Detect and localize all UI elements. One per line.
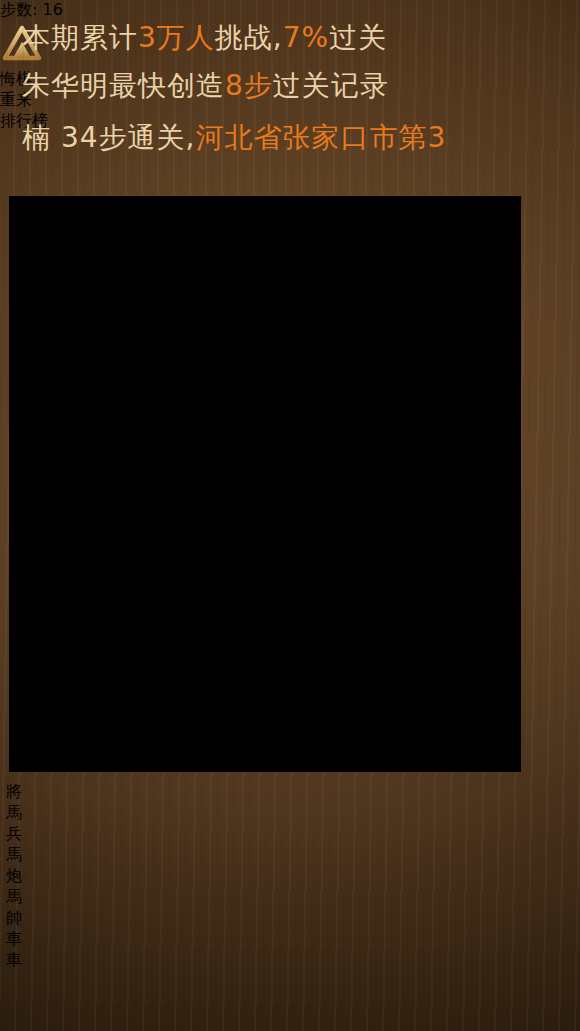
stat-text: 过关记录 [273, 69, 389, 102]
stat-text: 过关 [329, 21, 387, 54]
xiangqi-board[interactable]: 楚河 漢界 將馬兵馬炮馬帥車車 [6, 192, 574, 814]
stats-line-latest-pass: 楠 34步通关,河北省张家口市第3 [22, 122, 446, 154]
step-counter-label: 步数: [0, 0, 37, 19]
piece-black-chariot[interactable]: 車 [6, 950, 574, 971]
stat-text: 本期累计 [22, 21, 138, 54]
piece-red-horse[interactable]: 馬 [6, 803, 574, 824]
river-label-han-jie: 漢界 [368, 482, 400, 501]
stat-text: 朱华明最快创造 [22, 69, 225, 102]
piece-red-general[interactable]: 帥 [6, 908, 574, 929]
piece-layer[interactable]: 將馬兵馬炮馬帥車車 [6, 782, 574, 971]
stat-pass-rate-highlight: 7% [283, 21, 329, 54]
piece-black-horse[interactable]: 馬 [6, 887, 574, 908]
piece-red-horse[interactable]: 馬 [6, 845, 574, 866]
piece-red-pawn[interactable]: 兵 [6, 824, 574, 845]
stat-text: 楠 34步通关, [22, 121, 195, 154]
board-border [9, 196, 521, 772]
step-counter: 步数: 16 [0, 0, 580, 21]
piece-black-chariot[interactable]: 車 [6, 929, 574, 950]
step-counter-value: 16 [42, 0, 62, 19]
river-label-chu-he: 楚河 [128, 482, 160, 501]
stat-steps-highlight: 8步 [225, 69, 273, 102]
stats-line-record: 朱华明最快创造8步过关记录 [22, 70, 389, 102]
piece-black-general[interactable]: 將 [6, 782, 574, 803]
stats-line-challenge: 本期累计3万人挑战,7%过关 [22, 22, 387, 54]
stat-count-highlight: 3万人 [138, 21, 215, 54]
board-grid: 楚河 漢界 [6, 192, 528, 778]
stat-text: 挑战, [215, 21, 283, 54]
piece-red-cannon[interactable]: 炮 [6, 866, 574, 887]
stat-region-highlight: 河北省张家口市第3 [195, 121, 446, 154]
